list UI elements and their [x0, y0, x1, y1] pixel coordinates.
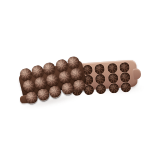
- photo-canvas: [0, 0, 160, 160]
- flower-cavity: [95, 64, 106, 75]
- flower-cavity: [120, 72, 131, 83]
- flower-cavity: [95, 74, 106, 85]
- flower-cavity: [119, 62, 130, 73]
- back-mold-tab: [133, 68, 142, 80]
- flower-cavity: [107, 63, 118, 74]
- flower-cavity: [108, 73, 119, 84]
